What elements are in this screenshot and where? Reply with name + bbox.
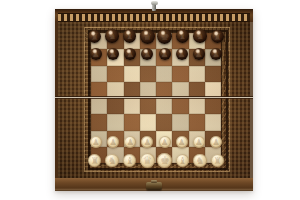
king-glyph: ♚	[160, 153, 170, 168]
bishop-glyph: ♝	[125, 154, 134, 168]
square-g3[interactable]	[189, 114, 205, 130]
square-a4[interactable]	[91, 98, 107, 114]
carved-dentil-strip	[58, 13, 250, 22]
bishop-glyph: ♝	[178, 29, 187, 43]
bishop-glyph: ♝	[125, 29, 134, 43]
piece-dark-knight-g8[interactable]: ♞	[193, 29, 207, 43]
king-glyph: ♚	[160, 29, 170, 44]
square-c6[interactable]	[124, 66, 140, 82]
hinge-pin-icon	[152, 3, 156, 11]
knight-glyph: ♞	[108, 29, 117, 43]
piece-dark-bishop-f8[interactable]: ♝	[176, 29, 190, 43]
pawn-glyph: ♟	[109, 48, 117, 60]
pawn-glyph: ♟	[195, 48, 203, 60]
square-d6[interactable]	[140, 66, 156, 82]
bishop-glyph: ♝	[178, 154, 187, 168]
square-h3[interactable]	[205, 114, 221, 130]
square-e4[interactable]	[156, 98, 172, 114]
piece-light-pawn-g2[interactable]: ♟	[193, 136, 205, 148]
pawn-glyph: ♟	[195, 136, 203, 148]
knight-glyph: ♞	[196, 154, 205, 168]
square-e6[interactable]	[156, 66, 172, 82]
piece-dark-queen-d8[interactable]: ♛	[140, 29, 155, 44]
rook-glyph: ♜	[213, 154, 221, 167]
square-d3[interactable]	[140, 114, 156, 130]
piece-light-rook-a1[interactable]: ♜	[88, 154, 101, 167]
square-a3[interactable]	[91, 114, 107, 130]
pawn-glyph: ♟	[178, 48, 186, 60]
square-f4[interactable]	[172, 98, 188, 114]
square-c3[interactable]	[124, 114, 140, 130]
piece-dark-rook-h8[interactable]: ♜	[211, 30, 224, 43]
pawn-glyph: ♟	[178, 136, 186, 148]
piece-dark-rook-a8[interactable]: ♜	[88, 30, 101, 43]
rook-glyph: ♜	[90, 30, 98, 43]
piece-dark-pawn-e7[interactable]: ♟	[159, 48, 171, 60]
pawn-glyph: ♟	[144, 136, 152, 148]
square-c4[interactable]	[124, 98, 140, 114]
square-e3[interactable]	[156, 114, 172, 130]
square-d4[interactable]	[140, 98, 156, 114]
rook-glyph: ♜	[213, 30, 221, 43]
pawn-glyph: ♟	[144, 48, 152, 60]
clasp-icon	[146, 182, 162, 190]
fold-seam	[55, 96, 253, 99]
piece-dark-king-e8[interactable]: ♚	[157, 29, 172, 44]
knight-glyph: ♞	[196, 29, 205, 43]
piece-light-pawn-f2[interactable]: ♟	[176, 136, 188, 148]
pawn-glyph: ♟	[161, 48, 169, 60]
piece-light-rook-h1[interactable]: ♜	[211, 154, 224, 167]
queen-glyph: ♛	[142, 29, 152, 44]
square-f3[interactable]	[172, 114, 188, 130]
chess-box: ♜♞♝♛♚♝♞♜♟♟♟♟♟♟♟♟♟♟♟♟♟♟♟♟♜♞♝♛♚♝♞♜	[55, 9, 253, 191]
rook-glyph: ♜	[90, 154, 98, 167]
square-h6[interactable]	[205, 66, 221, 82]
pawn-glyph: ♟	[109, 136, 117, 148]
pawn-glyph: ♟	[92, 136, 100, 148]
pawn-glyph: ♟	[212, 48, 220, 60]
piece-dark-knight-b8[interactable]: ♞	[105, 29, 119, 43]
pawn-glyph: ♟	[92, 48, 100, 60]
box-bottom-rail	[55, 178, 253, 191]
square-g6[interactable]	[189, 66, 205, 82]
piece-light-queen-d1[interactable]: ♛	[140, 153, 155, 168]
piece-light-bishop-f1[interactable]: ♝	[176, 154, 190, 168]
square-b6[interactable]	[107, 66, 123, 82]
piece-light-knight-g1[interactable]: ♞	[193, 154, 207, 168]
square-b4[interactable]	[107, 98, 123, 114]
pawn-glyph: ♟	[212, 136, 220, 148]
piece-light-knight-b1[interactable]: ♞	[105, 154, 119, 168]
carved-face: ♜♞♝♛♚♝♞♜♟♟♟♟♟♟♟♟♟♟♟♟♟♟♟♟♜♞♝♛♚♝♞♜	[55, 22, 253, 178]
square-b3[interactable]	[107, 114, 123, 130]
pawn-glyph: ♟	[126, 48, 134, 60]
queen-glyph: ♛	[142, 153, 152, 168]
pawn-glyph: ♟	[161, 136, 169, 148]
square-h4[interactable]	[205, 98, 221, 114]
pawn-glyph: ♟	[126, 136, 134, 148]
square-f6[interactable]	[172, 66, 188, 82]
knight-glyph: ♞	[108, 154, 117, 168]
photo-background: ♜♞♝♛♚♝♞♜♟♟♟♟♟♟♟♟♟♟♟♟♟♟♟♟♜♞♝♛♚♝♞♜	[0, 0, 300, 200]
square-a6[interactable]	[91, 66, 107, 82]
square-g4[interactable]	[189, 98, 205, 114]
piece-light-pawn-e2[interactable]: ♟	[159, 136, 171, 148]
